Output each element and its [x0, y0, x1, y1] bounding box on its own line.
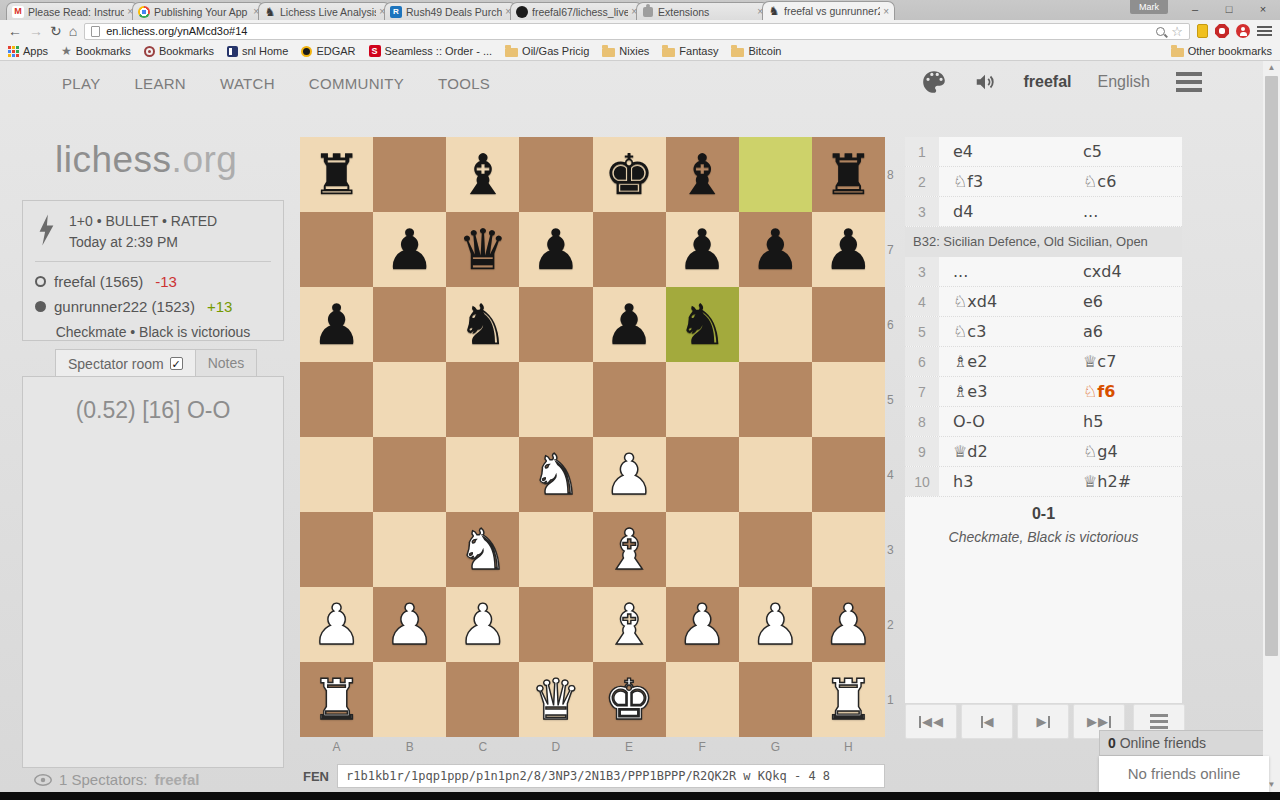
url-bar[interactable]: en.lichess.org/ynAMcd3o#14 ☆ [84, 23, 1190, 40]
square-b2[interactable]: ♟ [373, 587, 446, 662]
lichess-page: PLAY LEARN WATCH COMMUNITY TOOLS freefal… [0, 61, 1280, 792]
square-c5[interactable] [446, 362, 519, 437]
square-a6[interactable]: ♟ [300, 287, 373, 362]
game-result: 0-1 [905, 505, 1182, 523]
square-a3[interactable] [300, 512, 373, 587]
black-knight: ♞ [677, 297, 727, 353]
move-white[interactable]: ♘xd4 [939, 292, 1069, 311]
black-bishop: ♝ [677, 147, 727, 203]
file-label: H [812, 740, 885, 754]
black-bishop: ♝ [458, 147, 508, 203]
square-h7[interactable]: ♟ [812, 212, 885, 287]
square-h1[interactable]: ♜ [812, 662, 885, 737]
square-d7[interactable]: ♟ [519, 212, 592, 287]
black-pawn: ♟ [311, 297, 361, 353]
scroll-up-icon[interactable]: ▲ [1263, 61, 1280, 75]
sound-icon[interactable] [973, 71, 997, 93]
screen: M Please Read: Instructions × Publishing… [0, 0, 1280, 800]
white-knight: ♞ [458, 522, 508, 578]
square-h2[interactable]: ♟ [812, 587, 885, 662]
white-player[interactable]: freefal (1565) [54, 269, 143, 294]
taskbar [0, 792, 1280, 800]
tab-notes[interactable]: Notes [196, 349, 258, 378]
move-black[interactable]: ♕h2# [1069, 472, 1182, 491]
target-icon [144, 46, 155, 57]
square-e2[interactable]: ♝ [593, 587, 666, 662]
extension-account-icon[interactable] [1236, 24, 1250, 38]
chat-message: (0.52) [16] O-O [23, 377, 283, 424]
bookmark-apps[interactable]: Apps [8, 45, 48, 57]
tab-title: Lichess Live Analysis Engi [280, 6, 376, 18]
move-white[interactable]: ♗e2 [939, 352, 1069, 371]
move-number: 6 [905, 347, 939, 376]
move-white[interactable]: O-O [939, 412, 1069, 431]
file-labels: ABCDEFGH [300, 740, 885, 754]
move-black[interactable]: h5 [1069, 412, 1182, 431]
square-e4[interactable]: ♟ [593, 437, 666, 512]
square-b5[interactable] [373, 362, 446, 437]
square-d8[interactable] [519, 137, 592, 212]
scrollbar-thumb[interactable] [1265, 76, 1278, 656]
browser-tabstrip: M Please Read: Instructions × Publishing… [0, 0, 1280, 20]
game-date: Today at 2:39 PM [69, 232, 217, 253]
window-controls: – □ × [1178, 0, 1280, 18]
file-label: G [739, 740, 812, 754]
move-white[interactable]: h3 [939, 472, 1069, 491]
square-g7[interactable]: ♟ [739, 212, 812, 287]
result-status: Checkmate, Black is victorious [905, 529, 1182, 545]
square-a5[interactable] [300, 362, 373, 437]
bookmark-snl[interactable]: snl Home [227, 45, 288, 57]
nav-community[interactable]: COMMUNITY [309, 75, 404, 92]
nav-play[interactable]: PLAY [62, 75, 100, 92]
square-g3[interactable] [739, 512, 812, 587]
square-e5[interactable] [593, 362, 666, 437]
rush49-icon: R [390, 6, 402, 18]
square-b1[interactable] [373, 662, 446, 737]
square-g4[interactable] [739, 437, 812, 512]
move-black[interactable]: ♘g4 [1069, 442, 1182, 461]
move-white[interactable]: ... [939, 262, 1069, 281]
folder-icon [505, 48, 518, 57]
move-number: 10 [905, 467, 939, 496]
nav-learn[interactable]: LEARN [134, 75, 186, 92]
square-h3[interactable] [812, 512, 885, 587]
white-knight: ♞ [531, 447, 581, 503]
move-number: 8 [905, 407, 939, 436]
square-h4[interactable] [812, 437, 885, 512]
square-f2[interactable]: ♟ [666, 587, 739, 662]
page-scrollbar[interactable]: ▲ ▼ [1263, 61, 1280, 792]
folder-icon [662, 48, 675, 57]
bookmark-nixies[interactable]: Nixies [602, 45, 649, 57]
move-black[interactable]: ♘f6 [1069, 382, 1182, 401]
square-g1[interactable] [739, 662, 812, 737]
white-rook: ♜ [311, 672, 361, 728]
rank-label: 8 [887, 137, 901, 212]
tab-lichess-analysis[interactable]: ♞ Lichess Live Analysis Engi × [258, 2, 391, 20]
lichess-logo[interactable]: lichess.org [55, 139, 237, 181]
square-f1[interactable] [666, 662, 739, 737]
spectator-chat-box[interactable]: (0.52) [16] O-O [22, 376, 284, 768]
menu-bars-icon [1150, 714, 1168, 729]
tab-title: freefal67/lichess_live_engi [532, 6, 628, 18]
theme-palette-icon[interactable] [921, 69, 947, 95]
black-pawn: ♟ [531, 222, 581, 278]
bookmark-seamless[interactable]: SSeamless :: Order - ... [369, 45, 493, 57]
online-friends-bar[interactable]: 0 Online friends [1099, 730, 1269, 756]
language-selector[interactable]: English [1098, 73, 1150, 91]
move-row: 4♘xd4e6 [905, 287, 1182, 317]
url-text[interactable]: en.lichess.org/ynAMcd3o#14 [106, 25, 1150, 37]
move-row: 6♗e2♕c7 [905, 347, 1182, 377]
browser-toolbar: ← → ↻ ⌂ en.lichess.org/ynAMcd3o#14 ☆ [0, 20, 1280, 42]
move-number: 1 [905, 137, 939, 166]
square-a8[interactable]: ♜ [300, 137, 373, 212]
move-white[interactable]: ♕d2 [939, 442, 1069, 461]
move-black[interactable]: e6 [1069, 292, 1182, 311]
square-g5[interactable] [739, 362, 812, 437]
file-label: F [666, 740, 739, 754]
move-number: 9 [905, 437, 939, 466]
move-black[interactable]: a6 [1069, 322, 1182, 341]
fen-label: FEN [303, 769, 329, 784]
star-icon: ★ [61, 44, 72, 58]
white-pawn: ♟ [458, 597, 508, 653]
square-a7[interactable] [300, 212, 373, 287]
bookmark-bitcoin[interactable]: Bitcoin [731, 45, 781, 57]
black-player[interactable]: gunrunner222 (1523) [54, 294, 195, 319]
folder-icon [731, 48, 744, 57]
move-number: 3 [905, 257, 939, 286]
tab-spectator-room[interactable]: Spectator room ✓ [55, 349, 196, 378]
chrome-menu-icon[interactable] [1257, 26, 1272, 36]
chrome-icon [138, 6, 150, 18]
square-b8[interactable] [373, 137, 446, 212]
square-e3[interactable]: ♝ [593, 512, 666, 587]
square-b7[interactable]: ♟ [373, 212, 446, 287]
square-d3[interactable] [519, 512, 592, 587]
square-d2[interactable] [519, 587, 592, 662]
maximize-button[interactable]: □ [1212, 0, 1246, 18]
home-icon[interactable]: ⌂ [69, 24, 77, 38]
black-rating-diff: +13 [207, 294, 232, 319]
square-h5[interactable] [812, 362, 885, 437]
square-c6[interactable]: ♞ [446, 287, 519, 362]
tab-title: Publishing Your App - Go [154, 6, 250, 18]
move-black[interactable]: cxd4 [1069, 262, 1182, 281]
move-panel: 1e4c52♘f3♘c63d4...B32: Sicilian Defence,… [905, 137, 1182, 703]
move-number: 7 [905, 377, 939, 406]
rank-label: 7 [887, 212, 901, 287]
tab-extensions[interactable]: Extensions × [636, 2, 769, 20]
black-king: ♚ [604, 147, 654, 203]
tab-publishing[interactable]: Publishing Your App - Go × [132, 2, 265, 20]
square-d5[interactable] [519, 362, 592, 437]
white-rating-diff: -13 [155, 269, 177, 294]
move-black[interactable]: ... [1069, 202, 1182, 221]
square-e7[interactable] [593, 212, 666, 287]
white-bishop: ♝ [604, 522, 654, 578]
spectator-name[interactable]: freefal [154, 771, 199, 788]
square-d1[interactable]: ♛ [519, 662, 592, 737]
black-pawn: ♟ [385, 222, 435, 278]
extensions-icon [642, 6, 654, 18]
zoom-icon[interactable] [1156, 27, 1165, 36]
nav-watch[interactable]: WATCH [220, 75, 275, 92]
folder-icon [602, 48, 615, 57]
back-icon[interactable]: ← [8, 24, 22, 38]
black-knight: ♞ [458, 297, 508, 353]
folder-icon [1171, 48, 1184, 57]
file-label: B [373, 740, 446, 754]
eye-icon [34, 774, 52, 786]
move-white[interactable]: e4 [939, 142, 1069, 161]
black-pawn: ♟ [750, 222, 800, 278]
bookmark-edgar[interactable]: EDGAR [301, 45, 355, 57]
white-player-row: freefal (1565) -13 [35, 269, 271, 294]
square-h8[interactable]: ♜ [812, 137, 885, 212]
gmail-icon: M [12, 6, 24, 18]
square-d4[interactable]: ♞ [519, 437, 592, 512]
nav-tools[interactable]: TOOLS [438, 75, 490, 92]
tab-gmail[interactable]: M Please Read: Instructions × [6, 2, 139, 20]
file-label: C [446, 740, 519, 754]
move-black[interactable]: c5 [1069, 142, 1182, 161]
square-d6[interactable] [519, 287, 592, 362]
rank-label: 3 [887, 512, 901, 587]
square-g6[interactable] [739, 287, 812, 362]
square-g8[interactable] [739, 137, 812, 212]
site-nav: PLAY LEARN WATCH COMMUNITY TOOLS [62, 75, 490, 92]
bookmark-star-icon[interactable]: ☆ [1171, 24, 1183, 39]
move-row: 7♗e3♘f6 [905, 377, 1182, 407]
tab-rush49[interactable]: R Rush49 Deals Purchase Co × [384, 2, 517, 20]
move-number: 3 [905, 197, 939, 226]
square-c2[interactable]: ♟ [446, 587, 519, 662]
square-e6[interactable]: ♟ [593, 287, 666, 362]
fen-input[interactable]: r1b1kb1r/1pqp1ppp/p1n1pn2/8/3NP3/2N1B3/P… [337, 764, 885, 788]
black-pawn: ♟ [604, 297, 654, 353]
tab-github[interactable]: freefal67/lichess_live_engi × [510, 2, 643, 20]
prev-move-button[interactable]: ◀ [961, 704, 1013, 739]
friends-popup: No friends online [1099, 756, 1269, 792]
white-pawn: ♟ [385, 597, 435, 653]
game-status: Checkmate • Black is victorious [35, 324, 271, 340]
bullet-bolt-icon [35, 213, 57, 247]
white-pawn: ♟ [311, 597, 361, 653]
black-color-icon [35, 301, 46, 312]
white-king: ♚ [604, 672, 654, 728]
chrome-user-badge[interactable]: Mark [1130, 0, 1168, 14]
site-menu-icon[interactable] [1176, 72, 1202, 92]
tab-current-game[interactable]: ♞ freefal vs gunrunner222 in × [762, 1, 895, 20]
tab-title: freefal vs gunrunner222 in [784, 5, 880, 17]
square-e8[interactable]: ♚ [593, 137, 666, 212]
square-f5[interactable] [666, 362, 739, 437]
move-row: 5♘c3a6 [905, 317, 1182, 347]
move-row: 3d4... [905, 197, 1182, 227]
square-f7[interactable]: ♟ [666, 212, 739, 287]
square-b6[interactable] [373, 287, 446, 362]
tab-title: Please Read: Instructions [28, 6, 124, 18]
white-color-icon [35, 276, 46, 287]
square-a4[interactable] [300, 437, 373, 512]
move-white[interactable]: ♘f3 [939, 172, 1069, 191]
next-move-button[interactable]: ▶ [1017, 704, 1069, 739]
white-rook: ♜ [823, 672, 873, 728]
move-row: 1e4c5 [905, 137, 1182, 167]
close-button[interactable]: × [1246, 0, 1280, 18]
edgar-icon [301, 46, 312, 57]
black-player-row: gunrunner222 (1523) +13 [35, 294, 271, 319]
square-c1[interactable] [446, 662, 519, 737]
square-g2[interactable]: ♟ [739, 587, 812, 662]
rank-label: 2 [887, 587, 901, 662]
black-pawn: ♟ [823, 222, 873, 278]
bookmark-fantasy[interactable]: Fantasy [662, 45, 718, 57]
site-nav-right: freefal English [921, 69, 1202, 95]
move-row: 9♕d2♘g4 [905, 437, 1182, 467]
square-b4[interactable] [373, 437, 446, 512]
square-b3[interactable] [373, 512, 446, 587]
reload-icon[interactable]: ↻ [50, 24, 62, 38]
spectators-line: 1 Spectators: freefal [34, 771, 199, 788]
page-icon [91, 26, 100, 37]
tab-title: Rush49 Deals Purchase Co [406, 6, 502, 18]
square-f8[interactable]: ♝ [666, 137, 739, 212]
time-control: 1+0 • BULLET • RATED [69, 211, 217, 232]
bookmark-target[interactable]: Bookmarks [144, 45, 214, 57]
move-number: 2 [905, 167, 939, 196]
white-bishop: ♝ [604, 597, 654, 653]
other-bookmarks[interactable]: Other bookmarks [1171, 45, 1272, 57]
move-number: 4 [905, 287, 939, 316]
square-a2[interactable]: ♟ [300, 587, 373, 662]
move-number: 5 [905, 317, 939, 346]
fen-row: FEN r1b1kb1r/1pqp1ppp/p1n1pn2/8/3NP3/2N1… [303, 764, 885, 788]
chess-board[interactable]: ♜♝♚♝♜♟♛♟♟♟♟♟♞♟♞♞♟♞♝♟♟♟♝♟♟♟♜♛♚♜ [300, 137, 885, 737]
move-black[interactable]: ♕c7 [1069, 352, 1182, 371]
rank-label: 6 [887, 287, 901, 362]
rank-label: 5 [887, 362, 901, 437]
rank-label: 4 [887, 437, 901, 512]
bookmarks-bar: Apps ★Bookmarks Bookmarks snl Home EDGAR… [0, 42, 1280, 61]
game-info-box: 1+0 • BULLET • RATED Today at 2:39 PM fr… [22, 200, 284, 341]
minimize-button[interactable]: – [1178, 0, 1212, 18]
move-row: 10h3♕h2# [905, 467, 1182, 497]
browser-tabs: M Please Read: Instructions × Publishing… [6, 0, 888, 20]
file-label: D [519, 740, 592, 754]
github-icon [516, 6, 528, 18]
lichess-icon: ♞ [264, 6, 276, 18]
square-a1[interactable]: ♜ [300, 662, 373, 737]
white-pawn: ♟ [750, 597, 800, 653]
file-label: A [300, 740, 373, 754]
spectator-checkbox[interactable]: ✓ [170, 357, 183, 370]
white-queen: ♛ [531, 672, 581, 728]
square-c8[interactable]: ♝ [446, 137, 519, 212]
white-pawn: ♟ [604, 447, 654, 503]
opening-name: B32: Sicilian Defence, Old Sicilian, Ope… [905, 227, 1182, 257]
black-queen: ♛ [458, 222, 508, 278]
extension-phone-icon[interactable] [1197, 24, 1208, 38]
tab-close-icon[interactable]: × [883, 6, 889, 17]
tab-title: Extensions [658, 6, 754, 18]
square-h6[interactable] [812, 287, 885, 362]
extension-adblock-icon[interactable] [1215, 24, 1229, 38]
move-row: 2♘f3♘c6 [905, 167, 1182, 197]
rank-label: 1 [887, 662, 901, 737]
move-white[interactable]: d4 [939, 202, 1069, 221]
snl-icon [227, 46, 238, 57]
move-white[interactable]: ♘c3 [939, 322, 1069, 341]
move-white[interactable]: ♗e3 [939, 382, 1069, 401]
apps-grid-icon [8, 46, 19, 57]
square-e1[interactable]: ♚ [593, 662, 666, 737]
username[interactable]: freefal [1023, 73, 1071, 91]
black-rook: ♜ [311, 147, 361, 203]
white-pawn: ♟ [823, 597, 873, 653]
square-c4[interactable] [446, 437, 519, 512]
rank-labels: 87654321 [887, 137, 901, 737]
square-f6[interactable]: ♞ [666, 287, 739, 362]
bookmark-star-folder[interactable]: ★Bookmarks [61, 44, 131, 58]
square-f4[interactable] [666, 437, 739, 512]
move-row: 3...cxd4 [905, 257, 1182, 287]
square-f3[interactable] [666, 512, 739, 587]
square-c3[interactable]: ♞ [446, 512, 519, 587]
side-tabs: Spectator room ✓ Notes [55, 349, 257, 378]
seamless-icon: S [369, 45, 381, 57]
white-pawn: ♟ [677, 597, 727, 653]
spectators-count: 1 Spectators: [59, 771, 147, 788]
move-black[interactable]: ♘c6 [1069, 172, 1182, 191]
first-move-button[interactable]: ◀◀ [905, 704, 957, 739]
move-row: 8O-Oh5 [905, 407, 1182, 437]
move-list: 1e4c52♘f3♘c63d4...B32: Sicilian Defence,… [905, 137, 1182, 497]
bookmark-oilgas[interactable]: Oil/Gas Pricig [505, 45, 589, 57]
black-rook: ♜ [823, 147, 873, 203]
file-label: E [593, 740, 666, 754]
lichess-knight-icon: ♞ [768, 5, 780, 17]
square-c7[interactable]: ♛ [446, 212, 519, 287]
forward-icon[interactable]: → [29, 24, 43, 38]
black-pawn: ♟ [677, 222, 727, 278]
